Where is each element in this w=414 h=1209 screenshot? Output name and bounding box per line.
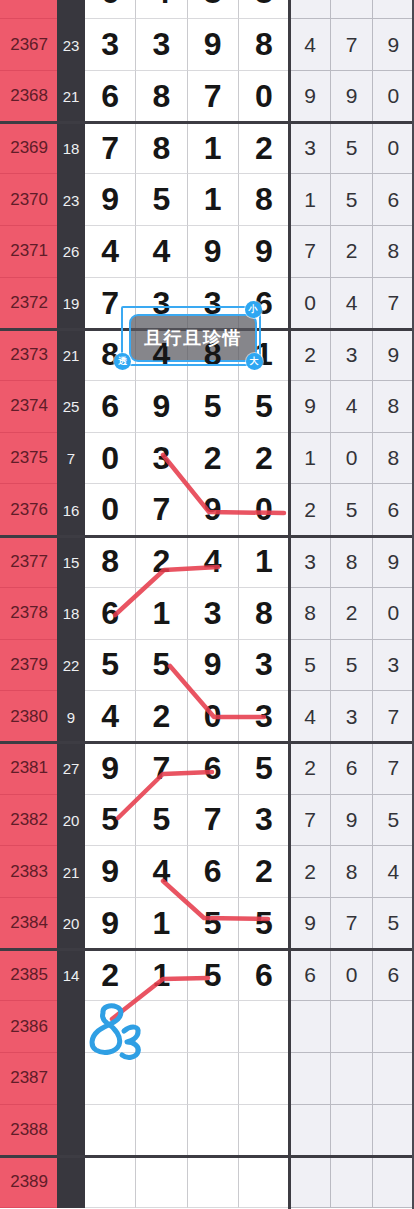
main-digit-3: [188, 1156, 239, 1208]
main-digit-1-value: 9: [101, 750, 119, 787]
side-digit-2-value: 0: [346, 446, 358, 470]
main-digit-4: 3: [239, 795, 290, 847]
main-digit-3: 5: [188, 381, 239, 433]
main-digit-2: 5: [136, 174, 187, 226]
main-digit-1: 4: [85, 226, 136, 278]
side-digit-3: 6: [373, 174, 414, 226]
draw-row-2383: 2383219462284: [0, 846, 414, 898]
main-digit-2: 5: [136, 795, 187, 847]
main-digit-3: 3: [188, 588, 239, 640]
main-digit-4: 3: [239, 691, 290, 743]
sum-value: 18: [57, 588, 85, 640]
main-digit-3: [188, 1001, 239, 1053]
sum-value-value: 18: [63, 140, 80, 157]
main-digit-4-value: 2: [255, 853, 273, 890]
side-digit-3: [373, 1156, 414, 1208]
main-digit-1: 6: [85, 381, 136, 433]
sum-value: 21: [57, 846, 85, 898]
side-digit-2-value: 7: [346, 911, 358, 935]
side-digit-2: 3: [331, 691, 372, 743]
side-digit-3-value: 3: [387, 653, 399, 677]
main-digit-2: 4: [136, 846, 187, 898]
main-digit-1: 5: [85, 795, 136, 847]
period-number-value: 2387: [10, 1068, 48, 1088]
sum-value: 21: [57, 329, 85, 381]
main-digit-2-value: 5: [152, 181, 170, 218]
side-digit-2-value: 3: [346, 705, 358, 729]
side-digit-1: 5: [290, 640, 331, 692]
main-digit-4-value: 5: [255, 388, 273, 425]
period-number: 2367: [0, 19, 57, 71]
main-digit-3: 5: [188, 898, 239, 950]
sum-value-value: 23: [63, 37, 80, 54]
main-digit-3-value: 1: [204, 181, 222, 218]
main-digit-2: 1: [136, 898, 187, 950]
main-digit-3: [188, 1105, 239, 1157]
main-digit-1-value: 4: [101, 233, 119, 270]
main-digit-4-value: 0: [255, 491, 273, 528]
main-digit-1-value: 4: [101, 698, 119, 735]
main-digit-4: 2: [239, 433, 290, 485]
sum-value-value: 23: [63, 192, 80, 209]
main-digit-1: 9: [85, 174, 136, 226]
draw-row-2374: 2374256955948: [0, 381, 414, 433]
sum-value-value: 22: [63, 657, 80, 674]
main-digit-2-value: 4: [152, 0, 170, 11]
lottery-trend-chart-screen: 2366648842923672333984792368216870990236…: [0, 0, 414, 1209]
side-digit-2: [331, 1001, 372, 1053]
side-digit-3-value: 9: [387, 550, 399, 574]
side-digit-3: 9: [373, 536, 414, 588]
draw-row-2368: 2368216870990: [0, 71, 414, 123]
main-digit-4: 8: [239, 19, 290, 71]
sum-value: [57, 1105, 85, 1157]
main-digit-2-value: 5: [152, 801, 170, 838]
main-digit-1: 0: [85, 433, 136, 485]
side-digit-3-value: 9: [387, 33, 399, 57]
main-digit-3-value: 3: [204, 595, 222, 632]
main-digit-1: 4: [85, 691, 136, 743]
main-digit-2: 1: [136, 588, 187, 640]
side-digit-1-value: 7: [304, 808, 316, 832]
main-digit-1: 3: [85, 19, 136, 71]
main-digit-2: 8: [136, 123, 187, 175]
side-digit-2-value: 9: [346, 808, 358, 832]
side-digit-2: 8: [331, 846, 372, 898]
period-number: 2369: [0, 123, 57, 175]
period-number-value: 2379: [10, 655, 48, 675]
sum-value: 19: [57, 278, 85, 330]
side-digit-2: [331, 1053, 372, 1105]
side-digit-3: 6: [373, 950, 414, 1002]
draw-row-2385: 2385142156606: [0, 950, 414, 1002]
period-number-value: 2369: [10, 138, 48, 158]
sum-value: 9: [57, 691, 85, 743]
side-digit-3: 0: [373, 588, 414, 640]
sum-value: 14: [57, 950, 85, 1002]
main-digit-2-value: 8: [152, 130, 170, 167]
sum-value: 23: [57, 19, 85, 71]
period-number: 2385: [0, 950, 57, 1002]
main-digit-3: 5: [188, 950, 239, 1002]
draw-row-2388: 2388: [0, 1105, 414, 1157]
period-number-value: 2388: [10, 1120, 48, 1140]
sticker-transparency-handle[interactable]: 透: [114, 353, 131, 370]
side-digit-1: 9: [290, 381, 331, 433]
side-digit-2-value: 7: [346, 33, 358, 57]
main-digit-1: 7: [85, 123, 136, 175]
side-digit-1: 6: [290, 950, 331, 1002]
main-digit-2: 1: [136, 950, 187, 1002]
main-digit-2-value: 3: [152, 440, 170, 477]
side-digit-2: 5: [331, 484, 372, 536]
sum-value: 27: [57, 743, 85, 795]
sum-value-value: 9: [67, 709, 75, 726]
main-digit-4: 8: [239, 0, 290, 19]
side-digit-2: 7: [331, 898, 372, 950]
draw-row-2377: 2377158241389: [0, 536, 414, 588]
sum-value-value: 26: [63, 243, 80, 260]
period-number: 2370: [0, 174, 57, 226]
side-digit-2-value: 4: [346, 394, 358, 418]
main-digit-4: 2: [239, 846, 290, 898]
period-number: 2388: [0, 1105, 57, 1157]
main-digit-4-value: 5: [255, 905, 273, 942]
main-digit-4-value: 5: [255, 750, 273, 787]
main-digit-3: 9: [188, 640, 239, 692]
main-digit-2: 4: [136, 0, 187, 19]
side-digit-2-value: 8: [346, 550, 358, 574]
main-digit-4: 5: [239, 743, 290, 795]
side-digit-3-value: 8: [387, 446, 399, 470]
side-digit-1-value: 1: [304, 188, 316, 212]
main-digit-2: 2: [136, 536, 187, 588]
period-number: 2376: [0, 484, 57, 536]
main-digit-1: 9: [85, 743, 136, 795]
side-digit-2: 8: [331, 536, 372, 588]
side-digit-1-value: 4: [304, 33, 316, 57]
side-digit-2: 4: [331, 278, 372, 330]
main-digit-3-value: 2: [204, 440, 222, 477]
main-digit-2: [136, 1156, 187, 1208]
main-digit-2: [136, 1105, 187, 1157]
side-digit-1: 4: [290, 0, 331, 19]
period-number: 2366: [0, 0, 57, 19]
main-digit-2: [136, 1001, 187, 1053]
side-digit-3: 8: [373, 381, 414, 433]
main-digit-2: 2: [136, 691, 187, 743]
draw-row-2386: 2386: [0, 1001, 414, 1053]
side-digit-1: 2: [290, 329, 331, 381]
period-number-value: 2380: [10, 707, 48, 727]
main-digit-3-value: 9: [204, 233, 222, 270]
period-number: 2373: [0, 329, 57, 381]
sum-value: 23: [57, 174, 85, 226]
main-digit-1: 8: [85, 536, 136, 588]
sum-value: [57, 1156, 85, 1208]
side-digit-2-value: 5: [346, 653, 358, 677]
main-digit-3-value: 6: [204, 750, 222, 787]
period-number-value: 2368: [10, 86, 48, 106]
main-digit-3: 8: [188, 0, 239, 19]
main-digit-2-value: 1: [152, 957, 170, 994]
main-digit-4-value: 2: [255, 440, 273, 477]
period-number-value: 2372: [10, 293, 48, 313]
side-digit-2-value: 2: [346, 0, 358, 5]
side-digit-3: 8: [373, 433, 414, 485]
side-digit-3-value: 9: [387, 0, 399, 5]
main-digit-3: 0: [188, 691, 239, 743]
sum-value-value: 20: [63, 915, 80, 932]
sum-value-value: 19: [63, 295, 80, 312]
period-number-value: 2366: [10, 0, 48, 3]
sum-value: 21: [57, 71, 85, 123]
main-digit-4: 9: [239, 226, 290, 278]
period-number-value: 2385: [10, 965, 48, 985]
period-number-value: 2377: [10, 552, 48, 572]
side-digit-2: 5: [331, 123, 372, 175]
draw-row-2370: 2370239518156: [0, 174, 414, 226]
side-digit-2-value: 6: [346, 756, 358, 780]
side-digit-2: 7: [331, 19, 372, 71]
sum-value: 26: [57, 226, 85, 278]
main-digit-4-value: 0: [255, 78, 273, 115]
main-digit-1: [85, 1156, 136, 1208]
main-digit-3-value: 6: [204, 853, 222, 890]
sum-value-value: 21: [63, 864, 80, 881]
main-digit-2: 3: [136, 433, 187, 485]
period-number: 2380: [0, 691, 57, 743]
main-digit-4: 0: [239, 484, 290, 536]
main-digit-1-value: 6: [101, 78, 119, 115]
main-digit-2: 4: [136, 226, 187, 278]
main-digit-2-value: 7: [152, 750, 170, 787]
side-digit-3: 7: [373, 691, 414, 743]
side-digit-3: 4: [373, 846, 414, 898]
side-digit-3-value: 7: [387, 756, 399, 780]
main-digit-3: 4: [188, 536, 239, 588]
side-digit-3-value: 6: [387, 188, 399, 212]
main-digit-3-value: 7: [204, 801, 222, 838]
main-digit-4: [239, 1156, 290, 1208]
side-digit-3: [373, 1105, 414, 1157]
main-digit-4-value: 8: [255, 181, 273, 218]
draw-row-2366: 23666488429: [0, 0, 414, 19]
period-number: 2383: [0, 846, 57, 898]
main-digit-3-value: 5: [204, 388, 222, 425]
draw-row-2379: 2379225593553: [0, 640, 414, 692]
main-digit-1-value: 6: [101, 388, 119, 425]
sum-value-value: 7: [67, 450, 75, 467]
side-digit-3-value: 5: [387, 808, 399, 832]
side-digit-1: [290, 1105, 331, 1157]
side-digit-2: 2: [331, 588, 372, 640]
main-digit-1-value: 9: [101, 905, 119, 942]
main-digit-3-value: 1: [204, 130, 222, 167]
side-digit-2: 5: [331, 174, 372, 226]
main-digit-4-value: 3: [255, 646, 273, 683]
main-digit-2: [136, 1053, 187, 1105]
sum-value-value: 21: [63, 347, 80, 364]
main-digit-2-value: 2: [152, 698, 170, 735]
main-digit-1-value: 9: [101, 853, 119, 890]
main-digit-4: [239, 1001, 290, 1053]
period-number: 2374: [0, 381, 57, 433]
main-side-grid-divider: [288, 0, 291, 1209]
side-digit-1: 7: [290, 226, 331, 278]
side-digit-1: 8: [290, 588, 331, 640]
sum-value: [57, 1001, 85, 1053]
period-number: 2382: [0, 795, 57, 847]
sum-value: 20: [57, 795, 85, 847]
sum-value: 20: [57, 898, 85, 950]
period-number-value: 2367: [10, 35, 48, 55]
main-digit-3-value: 8: [204, 0, 222, 11]
main-digit-4-value: 9: [255, 233, 273, 270]
main-digit-4-value: 2: [255, 130, 273, 167]
side-digit-3: 9: [373, 329, 414, 381]
side-digit-1: 1: [290, 433, 331, 485]
period-number-value: 2384: [10, 913, 48, 933]
sticker-shrink-handle[interactable]: 小: [245, 301, 262, 318]
side-digit-2-value: 2: [346, 601, 358, 625]
draw-row-2378: 2378186138820: [0, 588, 414, 640]
main-digit-4-value: 8: [255, 595, 273, 632]
sum-value-value: 14: [63, 967, 80, 984]
main-digit-2: 5: [136, 640, 187, 692]
period-number: 2387: [0, 1053, 57, 1105]
main-digit-4: 5: [239, 381, 290, 433]
side-digit-2-value: 2: [346, 239, 358, 263]
main-digit-2: 3: [136, 19, 187, 71]
sum-value: 7: [57, 433, 85, 485]
side-digit-3: 5: [373, 795, 414, 847]
sticker-enlarge-handle[interactable]: 大: [246, 353, 263, 370]
side-digit-1-value: 1: [304, 446, 316, 470]
side-digit-3-value: 8: [387, 394, 399, 418]
period-number-value: 2376: [10, 500, 48, 520]
side-digit-2-value: 8: [346, 860, 358, 884]
sum-value-value: 21: [63, 88, 80, 105]
main-digit-3: 9: [188, 226, 239, 278]
period-number: 2386: [0, 1001, 57, 1053]
sticker-selection-box: [121, 306, 261, 366]
main-digit-4-value: 6: [255, 957, 273, 994]
main-digit-4: 5: [239, 898, 290, 950]
draw-row-2375: 237570322108: [0, 433, 414, 485]
side-digit-1: 9: [290, 898, 331, 950]
side-digit-1: 2: [290, 846, 331, 898]
side-digit-1-value: 6: [304, 963, 316, 987]
side-digit-3-value: 0: [387, 84, 399, 108]
draw-row-2380: 238094203437: [0, 691, 414, 743]
period-number: 2372: [0, 278, 57, 330]
side-digit-2-value: 4: [346, 291, 358, 315]
draw-row-2387: 2387: [0, 1053, 414, 1105]
side-digit-1: 2: [290, 743, 331, 795]
side-digit-2-value: 5: [346, 136, 358, 160]
side-digit-3: 0: [373, 71, 414, 123]
side-digit-2: 2: [331, 226, 372, 278]
main-digit-3: 7: [188, 795, 239, 847]
main-digit-3: 9: [188, 19, 239, 71]
side-digit-3: 7: [373, 278, 414, 330]
period-number: 2377: [0, 536, 57, 588]
main-digit-2: 7: [136, 484, 187, 536]
main-digit-2-value: 2: [152, 543, 170, 580]
side-digit-1-value: 3: [304, 136, 316, 160]
sum-value: 16: [57, 484, 85, 536]
main-digit-2-value: 1: [152, 595, 170, 632]
main-digit-1-value: 6: [101, 595, 119, 632]
main-digit-3: 6: [188, 846, 239, 898]
side-digit-3-value: 7: [387, 705, 399, 729]
sum-value: 15: [57, 536, 85, 588]
main-digit-2-value: 1: [152, 905, 170, 942]
side-digit-2: 9: [331, 795, 372, 847]
main-digit-3-value: 5: [204, 957, 222, 994]
side-digit-1-value: 5: [304, 653, 316, 677]
side-digit-3: [373, 1001, 414, 1053]
side-digit-3-value: 5: [387, 911, 399, 935]
period-number-value: 2383: [10, 862, 48, 882]
side-digit-3-value: 7: [387, 291, 399, 315]
main-digit-2: 9: [136, 381, 187, 433]
main-digit-2-value: 3: [152, 26, 170, 63]
main-digit-1-value: 2: [101, 957, 119, 994]
side-digit-1: 2: [290, 484, 331, 536]
period-number: 2389: [0, 1156, 57, 1208]
side-digit-2-value: 9: [346, 84, 358, 108]
sum-value-value: 27: [63, 760, 80, 777]
period-number-value: 2381: [10, 758, 48, 778]
sum-value-value: 16: [63, 502, 80, 519]
main-digit-3: 2: [188, 433, 239, 485]
main-digit-4: 8: [239, 588, 290, 640]
side-digit-3-value: 0: [387, 601, 399, 625]
main-digit-3-value: 9: [204, 646, 222, 683]
main-digit-3: 1: [188, 174, 239, 226]
main-digit-3-value: 9: [204, 26, 222, 63]
sum-value: 25: [57, 381, 85, 433]
main-digit-1: 5: [85, 640, 136, 692]
main-digit-4: 6: [239, 950, 290, 1002]
main-digit-1-value: 8: [101, 543, 119, 580]
period-number-value: 2389: [10, 1172, 48, 1192]
main-digit-1-value: 5: [101, 646, 119, 683]
side-digit-1-value: 2: [304, 860, 316, 884]
main-digit-2-value: 9: [152, 388, 170, 425]
side-digit-2: [331, 1156, 372, 1208]
main-digit-3-value: 0: [204, 698, 222, 735]
main-digit-1: 0: [85, 484, 136, 536]
side-digit-1: 4: [290, 691, 331, 743]
period-number: 2375: [0, 433, 57, 485]
main-digit-2: 8: [136, 71, 187, 123]
period-number-value: 2382: [10, 810, 48, 830]
sum-value: [57, 0, 85, 19]
main-digit-2-value: 8: [152, 78, 170, 115]
sum-value-value: 15: [63, 554, 80, 571]
draw-row-2367: 2367233398479: [0, 19, 414, 71]
main-digit-3: [188, 1053, 239, 1105]
main-digit-1-value: 7: [101, 285, 119, 322]
sum-value-value: 18: [63, 605, 80, 622]
draw-row-2381: 2381279765267: [0, 743, 414, 795]
side-digit-1-value: 2: [304, 756, 316, 780]
main-digit-3: 6: [188, 743, 239, 795]
side-digit-1: 9: [290, 71, 331, 123]
